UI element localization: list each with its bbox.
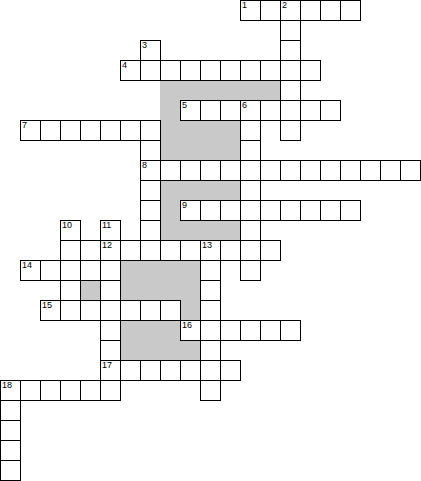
block-r17-c8 [160,340,180,360]
cell-r10-c17[interactable] [340,200,361,221]
cell-r8-c14[interactable] [280,160,301,181]
block-r7-c10 [200,140,220,160]
block-r4-c8 [160,80,180,100]
cell-r18-c9[interactable] [180,360,201,381]
cell-r15-c7[interactable] [140,300,161,321]
block-r9-c8 [160,180,180,200]
clue-number-13: 13 [202,241,212,250]
cell-r8-c20[interactable] [400,160,421,181]
cell-r18-c8[interactable] [160,360,181,381]
block-r14-c9 [180,280,200,300]
cell-r16-c13[interactable] [260,320,281,341]
block-r16-c7 [140,320,160,340]
cell-r10-c7[interactable] [140,200,161,221]
cell-r3-c9[interactable] [180,60,201,81]
cell-r10-c10[interactable] [200,200,221,221]
block-r6-c8 [160,120,180,140]
cell-r21-c0[interactable] [0,420,21,441]
cell-r8-c16[interactable] [320,160,341,181]
clue-number-2: 2 [282,1,287,10]
cell-r11-c5[interactable]: 11 [100,220,121,241]
block-r14-c6 [120,280,140,300]
cell-r10-c12[interactable] [240,200,261,221]
cell-r4-c14[interactable] [280,80,301,101]
cell-r0-c17[interactable] [340,0,361,21]
cell-r12-c8[interactable] [160,240,181,261]
cell-r6-c4[interactable] [80,120,101,141]
cell-r0-c16[interactable] [320,0,341,21]
block-r16-c8 [160,320,180,340]
cell-r3-c14[interactable] [280,60,301,81]
cell-r8-c8[interactable] [160,160,181,181]
cell-r5-c14[interactable] [280,100,301,121]
cell-r12-c7[interactable] [140,240,161,261]
cell-r15-c10[interactable] [200,300,221,321]
cell-r3-c15[interactable] [300,60,321,81]
cell-r20-c0[interactable] [0,400,21,421]
block-r15-c9 [180,300,200,320]
cell-r16-c11[interactable] [220,320,241,341]
clue-number-9: 9 [182,201,187,210]
cell-r8-c12[interactable] [240,160,261,181]
cell-r9-c12[interactable] [240,180,261,201]
clue-number-8: 8 [142,161,147,170]
cell-r12-c4[interactable] [80,240,101,261]
cell-r8-c19[interactable] [380,160,401,181]
block-r4-c10 [200,80,220,100]
block-r14-c4 [80,280,100,300]
cell-r11-c12[interactable] [240,220,261,241]
cell-r5-c10[interactable] [200,100,221,121]
cell-r0-c14[interactable]: 2 [280,0,301,21]
cell-r2-c14[interactable] [280,40,301,61]
clue-number-3: 3 [142,41,147,50]
cell-r17-c10[interactable] [200,340,221,361]
block-r16-c6 [120,320,140,340]
cell-r6-c5[interactable] [100,120,121,141]
block-r9-c10 [200,180,220,200]
clue-number-14: 14 [22,261,32,270]
cell-r10-c15[interactable] [300,200,321,221]
cell-r18-c11[interactable] [220,360,241,381]
cell-r19-c3[interactable] [60,380,81,401]
block-r17-c6 [120,340,140,360]
cell-r3-c10[interactable] [200,60,221,81]
cell-r5-c15[interactable] [300,100,321,121]
block-r13-c6 [120,260,140,280]
cell-r3-c11[interactable] [220,60,241,81]
cell-r3-c12[interactable] [240,60,261,81]
cell-r8-c11[interactable] [220,160,241,181]
cell-r18-c10[interactable] [200,360,221,381]
clue-number-1: 1 [242,1,247,10]
cell-r15-c2[interactable]: 15 [40,300,61,321]
block-r4-c11 [220,80,240,100]
cell-r14-c5[interactable] [100,280,121,301]
block-r14-c8 [160,280,180,300]
cell-r15-c3[interactable] [60,300,81,321]
cell-r5-c16[interactable] [320,100,341,121]
block-r7-c8 [160,140,180,160]
block-r11-c10 [200,220,220,240]
clue-number-15: 15 [42,301,52,310]
cell-r7-c7[interactable] [140,140,161,161]
block-r7-c9 [180,140,200,160]
block-r17-c7 [140,340,160,360]
clue-number-5: 5 [182,101,187,110]
cell-r13-c1[interactable]: 14 [20,260,41,281]
cell-r14-c10[interactable] [200,280,221,301]
cell-r12-c3[interactable] [60,240,81,261]
cell-r16-c10[interactable] [200,320,221,341]
cell-r18-c5[interactable]: 17 [100,360,121,381]
cell-r17-c5[interactable] [100,340,121,361]
block-r11-c8 [160,220,180,240]
cell-r3-c13[interactable] [260,60,281,81]
block-r6-c9 [180,120,200,140]
cell-r13-c12[interactable] [240,260,261,281]
clue-number-7: 7 [22,121,27,130]
cell-r2-c7[interactable]: 3 [140,40,161,61]
cell-r11-c3[interactable]: 10 [60,220,81,241]
block-r13-c9 [180,260,200,280]
block-r7-c11 [220,140,240,160]
cell-r10-c13[interactable] [260,200,281,221]
block-r10-c8 [160,200,180,220]
cell-r18-c7[interactable] [140,360,161,381]
cell-r10-c11[interactable] [220,200,241,221]
cell-r16-c12[interactable] [240,320,261,341]
cell-r16-c14[interactable] [280,320,301,341]
cell-r23-c0[interactable] [0,460,21,481]
cell-r7-c12[interactable] [240,140,261,161]
cell-r13-c2[interactable] [40,260,61,281]
cell-r19-c0[interactable]: 18 [0,380,21,401]
block-r13-c8 [160,260,180,280]
block-r14-c7 [140,280,160,300]
cell-r22-c0[interactable] [0,440,21,461]
block-r4-c9 [180,80,200,100]
cell-r8-c15[interactable] [300,160,321,181]
clue-number-10: 10 [62,221,72,230]
clue-number-4: 4 [122,61,127,70]
cell-r8-c7[interactable]: 8 [140,160,161,181]
cell-r0-c13[interactable] [260,0,281,21]
cell-r12-c12[interactable] [240,240,261,261]
block-r17-c9 [180,340,200,360]
clue-number-16: 16 [182,321,192,330]
cell-r10-c14[interactable] [280,200,301,221]
crossword-board: 123456789101112131415161718 [0,0,421,481]
cell-r16-c5[interactable] [100,320,121,341]
cell-r5-c11[interactable] [220,100,241,121]
cell-r6-c6[interactable] [120,120,141,141]
cell-r10-c9[interactable]: 9 [180,200,201,221]
cell-r19-c1[interactable] [20,380,41,401]
cell-r8-c10[interactable] [200,160,221,181]
cell-r12-c5[interactable]: 12 [100,240,121,261]
cell-r16-c9[interactable]: 16 [180,320,201,341]
cell-r1-c14[interactable] [280,20,301,41]
block-r6-c10 [200,120,220,140]
cell-r19-c4[interactable] [80,380,101,401]
cell-r5-c12[interactable]: 6 [240,100,261,121]
block-r11-c9 [180,220,200,240]
block-r11-c11 [220,220,240,240]
block-r9-c11 [220,180,240,200]
block-r4-c12 [240,80,260,100]
block-r6-c11 [220,120,240,140]
block-r9-c9 [180,180,200,200]
cell-r6-c7[interactable] [140,120,161,141]
cell-r6-c1[interactable]: 7 [20,120,41,141]
cell-r15-c5[interactable] [100,300,121,321]
clue-number-12: 12 [102,241,112,250]
cell-r15-c4[interactable] [80,300,101,321]
cell-r0-c15[interactable] [300,0,321,21]
cell-r5-c9[interactable]: 5 [180,100,201,121]
cell-r6-c12[interactable] [240,120,261,141]
block-r13-c7 [140,260,160,280]
cell-r5-c13[interactable] [260,100,281,121]
clue-number-11: 11 [102,221,111,230]
cell-r10-c16[interactable] [320,200,341,221]
cell-r9-c7[interactable] [140,180,161,201]
cell-r12-c10[interactable]: 13 [200,240,221,261]
cell-r12-c6[interactable] [120,240,141,261]
cell-r19-c5[interactable] [100,380,121,401]
cell-r8-c18[interactable] [360,160,381,181]
cell-r8-c9[interactable] [180,160,201,181]
cell-r13-c4[interactable] [80,260,101,281]
cell-r0-c12[interactable]: 1 [240,0,261,21]
cell-r13-c5[interactable] [100,260,121,281]
cell-r18-c6[interactable] [120,360,141,381]
cell-r19-c10[interactable] [200,380,221,401]
cell-r3-c7[interactable] [140,60,161,81]
clue-number-17: 17 [102,361,112,370]
cell-r12-c11[interactable] [220,240,241,261]
cell-r6-c2[interactable] [40,120,61,141]
cell-r11-c7[interactable] [140,220,161,241]
block-r5-c8 [160,100,180,120]
cell-r8-c13[interactable] [260,160,281,181]
cell-r15-c8[interactable] [160,300,181,321]
cell-r3-c8[interactable] [160,60,181,81]
block-r4-c13 [260,80,280,100]
cell-r6-c14[interactable] [280,120,301,141]
cell-r14-c3[interactable] [60,280,81,301]
cell-r15-c6[interactable] [120,300,141,321]
clue-number-18: 18 [2,381,12,390]
cell-r6-c3[interactable] [60,120,81,141]
cell-r12-c13[interactable] [260,240,281,261]
cell-r8-c17[interactable] [340,160,361,181]
cell-r13-c3[interactable] [60,260,81,281]
clue-number-6: 6 [242,101,247,110]
cell-r19-c2[interactable] [40,380,61,401]
cell-r3-c6[interactable]: 4 [120,60,141,81]
cell-r12-c9[interactable] [180,240,201,261]
cell-r13-c10[interactable] [200,260,221,281]
